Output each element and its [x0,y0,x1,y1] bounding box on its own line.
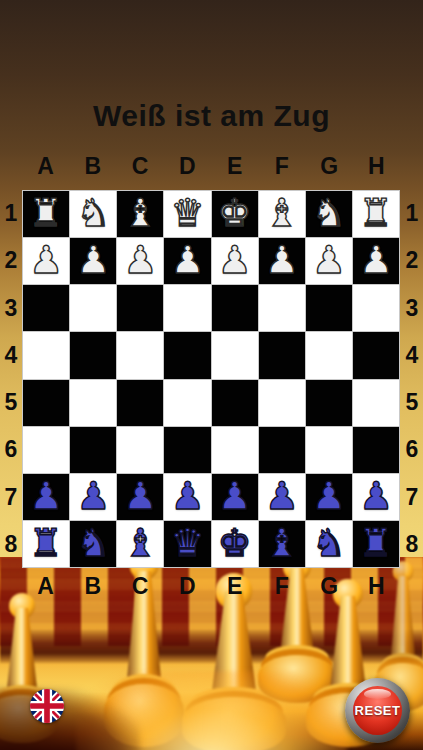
blue-pawn: ♟ [265,477,299,515]
ranks-right-label-7: 7 [402,474,422,521]
square-b7[interactable]: ♟ [70,474,116,520]
square-e8[interactable]: ♚ [212,521,258,567]
white-bishop: ♝ [265,194,299,232]
square-g5[interactable] [306,380,352,426]
files-top-label-a: A [22,150,69,182]
files-bottom-label-a: A [22,570,69,602]
square-h6[interactable] [353,427,399,473]
uk-flag-icon [30,689,64,723]
ranks-right-label-4: 4 [402,332,422,379]
white-pawn: ♟ [312,241,346,279]
square-f6[interactable] [259,427,305,473]
square-h1[interactable]: ♜ [353,191,399,237]
white-pawn: ♟ [123,241,157,279]
blue-rook: ♜ [29,524,63,562]
square-c1[interactable]: ♝ [117,191,163,237]
files-bottom-label-b: B [69,570,116,602]
square-g1[interactable]: ♞ [306,191,352,237]
blue-bishop: ♝ [265,524,299,562]
files-bottom-label-e: E [211,570,258,602]
square-c7[interactable]: ♟ [117,474,163,520]
square-g6[interactable] [306,427,352,473]
square-a7[interactable]: ♟ [23,474,69,520]
reset-button-label: RESET [355,703,401,718]
square-b1[interactable]: ♞ [70,191,116,237]
app-screen: Weiß ist am Zug ABCDEFGH 12345678 123456… [0,0,423,750]
white-pawn: ♟ [170,241,204,279]
square-e7[interactable]: ♟ [212,474,258,520]
blue-pawn: ♟ [170,477,204,515]
blue-pawn: ♟ [29,477,63,515]
rank-labels-left: 12345678 [1,190,21,568]
blue-pawn: ♟ [312,477,346,515]
square-f3[interactable] [259,285,305,331]
square-f1[interactable]: ♝ [259,191,305,237]
square-d5[interactable] [164,380,210,426]
square-a4[interactable] [23,332,69,378]
square-h3[interactable] [353,285,399,331]
file-labels-top: ABCDEFGH [22,150,400,182]
reset-button[interactable]: RESET [345,678,410,743]
square-b6[interactable] [70,427,116,473]
square-d4[interactable] [164,332,210,378]
square-g7[interactable]: ♟ [306,474,352,520]
square-g3[interactable] [306,285,352,331]
rank-labels-right: 12345678 [402,190,422,568]
ranks-left-label-7: 7 [1,474,21,521]
ranks-right-label-1: 1 [402,190,422,237]
files-top-label-b: B [69,150,116,182]
blue-queen: ♛ [170,524,204,562]
ranks-left-label-4: 4 [1,332,21,379]
blue-pawn: ♟ [359,477,393,515]
files-bottom-label-c: C [117,570,164,602]
ranks-right-label-3: 3 [402,285,422,332]
ranks-left-label-6: 6 [1,426,21,473]
blue-knight: ♞ [312,524,346,562]
ranks-right-label-8: 8 [402,521,422,568]
square-b8[interactable]: ♞ [70,521,116,567]
square-f5[interactable] [259,380,305,426]
square-g2[interactable]: ♟ [306,238,352,284]
white-pawn: ♟ [359,241,393,279]
square-b2[interactable]: ♟ [70,238,116,284]
ranks-left-label-2: 2 [1,237,21,284]
square-e1[interactable]: ♚ [212,191,258,237]
white-pawn: ♟ [29,241,63,279]
square-a5[interactable] [23,380,69,426]
ranks-left-label-3: 3 [1,285,21,332]
blue-pawn: ♟ [218,477,252,515]
file-labels-bottom: ABCDEFGH [22,570,400,602]
blue-bishop: ♝ [123,524,157,562]
square-e2[interactable]: ♟ [212,238,258,284]
language-flag-button[interactable] [30,689,64,723]
white-pawn: ♟ [218,241,252,279]
ranks-left-label-5: 5 [1,379,21,426]
square-f7[interactable]: ♟ [259,474,305,520]
square-e6[interactable] [212,427,258,473]
square-h7[interactable]: ♟ [353,474,399,520]
square-e4[interactable] [212,332,258,378]
square-g8[interactable]: ♞ [306,521,352,567]
square-b5[interactable] [70,380,116,426]
square-a8[interactable]: ♜ [23,521,69,567]
reset-button-face: RESET [353,686,402,735]
square-h2[interactable]: ♟ [353,238,399,284]
blue-rook: ♜ [359,524,393,562]
square-c5[interactable] [117,380,163,426]
square-f8[interactable]: ♝ [259,521,305,567]
square-f2[interactable]: ♟ [259,238,305,284]
white-rook: ♜ [29,194,63,232]
ranks-right-label-6: 6 [402,426,422,473]
square-c2[interactable]: ♟ [117,238,163,284]
ranks-right-label-5: 5 [402,379,422,426]
files-top-label-f: F [258,150,305,182]
square-e3[interactable] [212,285,258,331]
white-pawn: ♟ [265,241,299,279]
ranks-left-label-8: 8 [1,521,21,568]
square-a1[interactable]: ♜ [23,191,69,237]
square-c8[interactable]: ♝ [117,521,163,567]
ranks-right-label-2: 2 [402,237,422,284]
chess-board: ♜♞♝♛♚♝♞♜♟♟♟♟♟♟♟♟♟♟♟♟♟♟♟♟♜♞♝♛♚♝♞♜ [22,190,400,568]
square-d6[interactable] [164,427,210,473]
square-d2[interactable]: ♟ [164,238,210,284]
ranks-left-label-1: 1 [1,190,21,237]
photo-dark-corner [0,688,140,750]
files-bottom-label-f: F [258,570,305,602]
white-pawn: ♟ [76,241,110,279]
square-a2[interactable]: ♟ [23,238,69,284]
square-a6[interactable] [23,427,69,473]
square-d1[interactable]: ♛ [164,191,210,237]
files-top-label-h: H [353,150,400,182]
square-e5[interactable] [212,380,258,426]
square-g4[interactable] [306,332,352,378]
white-knight: ♞ [312,194,346,232]
square-h4[interactable] [353,332,399,378]
square-b3[interactable] [70,285,116,331]
files-bottom-label-h: H [353,570,400,602]
square-c3[interactable] [117,285,163,331]
white-knight: ♞ [76,194,110,232]
blue-pawn: ♟ [123,477,157,515]
white-rook: ♜ [359,194,393,232]
square-c6[interactable] [117,427,163,473]
white-queen: ♛ [170,194,204,232]
square-d7[interactable]: ♟ [164,474,210,520]
square-f4[interactable] [259,332,305,378]
files-top-label-g: G [306,150,353,182]
blue-knight: ♞ [76,524,110,562]
square-d8[interactable]: ♛ [164,521,210,567]
square-b4[interactable] [70,332,116,378]
status-text: Weiß ist am Zug [0,99,423,133]
square-h5[interactable] [353,380,399,426]
blue-king: ♚ [218,524,252,562]
square-a3[interactable] [23,285,69,331]
white-king: ♚ [218,194,252,232]
files-bottom-label-g: G [306,570,353,602]
files-top-label-e: E [211,150,258,182]
square-h8[interactable]: ♜ [353,521,399,567]
files-top-label-d: D [164,150,211,182]
blue-pawn: ♟ [76,477,110,515]
white-bishop: ♝ [123,194,157,232]
files-top-label-c: C [117,150,164,182]
square-c4[interactable] [117,332,163,378]
files-bottom-label-d: D [164,570,211,602]
square-d3[interactable] [164,285,210,331]
